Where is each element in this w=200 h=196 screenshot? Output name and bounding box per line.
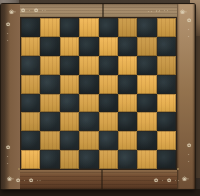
inlay-flower-icon: ❀· <box>182 176 189 182</box>
square-c6[interactable] <box>60 56 79 75</box>
square-g4[interactable] <box>137 94 156 113</box>
square-d4[interactable] <box>79 94 98 113</box>
square-f8[interactable] <box>118 18 137 37</box>
square-b7[interactable] <box>40 37 59 56</box>
square-g7[interactable] <box>137 37 156 56</box>
inlay-flower-icon: ❀· <box>7 176 14 182</box>
table-background-bottom <box>0 189 200 196</box>
square-f3[interactable] <box>118 112 137 131</box>
square-b4[interactable] <box>40 94 59 113</box>
square-e3[interactable] <box>99 112 118 131</box>
square-c7[interactable] <box>60 37 79 56</box>
inlay-flower-icon: ❀· <box>180 9 187 15</box>
inlay-flower-icon: ✿ · · <box>186 142 191 164</box>
square-d6[interactable] <box>79 56 98 75</box>
square-b3[interactable] <box>40 112 59 131</box>
play-area <box>20 17 177 170</box>
square-b6[interactable] <box>40 56 59 75</box>
square-e8[interactable] <box>99 18 118 37</box>
inlay-flower-icon: ✿ · · <box>5 21 10 43</box>
square-h1[interactable] <box>157 150 176 169</box>
square-b5[interactable] <box>40 75 59 94</box>
square-e1[interactable] <box>99 150 118 169</box>
square-f4[interactable] <box>118 94 137 113</box>
board-frame-left <box>1 4 20 189</box>
inlay-flower-icon: ✿ · ✿ ·· <box>21 8 47 13</box>
inlay-flower-icon: ✿ · ✿ ·· <box>16 178 42 183</box>
square-c3[interactable] <box>60 112 79 131</box>
board-frame-top <box>1 4 195 17</box>
square-a7[interactable] <box>21 37 40 56</box>
square-e4[interactable] <box>99 94 118 113</box>
square-g8[interactable] <box>137 18 156 37</box>
square-c4[interactable] <box>60 94 79 113</box>
square-g5[interactable] <box>137 75 156 94</box>
square-e2[interactable] <box>99 131 118 150</box>
square-a4[interactable] <box>21 94 40 113</box>
square-h5[interactable] <box>157 75 176 94</box>
inlay-flower-icon: ❀· <box>9 9 16 15</box>
square-g6[interactable] <box>137 56 156 75</box>
square-f1[interactable] <box>118 150 137 169</box>
square-b1[interactable] <box>40 150 59 169</box>
square-h4[interactable] <box>157 94 176 113</box>
square-h7[interactable] <box>157 37 176 56</box>
square-a6[interactable] <box>21 56 40 75</box>
square-h3[interactable] <box>157 112 176 131</box>
fold-seam-top <box>102 4 104 17</box>
square-d8[interactable] <box>79 18 98 37</box>
square-d2[interactable] <box>79 131 98 150</box>
square-a2[interactable] <box>21 131 40 150</box>
fold-seam-bottom <box>101 169 103 189</box>
square-a5[interactable] <box>21 75 40 94</box>
inlay-ticks-icon: ·· ·· <box>148 9 161 14</box>
square-b8[interactable] <box>40 18 59 37</box>
square-e6[interactable] <box>99 56 118 75</box>
chess-board: ✿ · ✿ ·· ✿ · · ❀· ·· ·· ✿ · · ❀· ✿ · ✿ ·… <box>1 4 195 189</box>
square-c8[interactable] <box>60 18 79 37</box>
inlay-flower-icon: ✿ · · <box>5 144 10 166</box>
square-c2[interactable] <box>60 131 79 150</box>
square-e5[interactable] <box>99 75 118 94</box>
square-a8[interactable] <box>21 18 40 37</box>
square-c5[interactable] <box>60 75 79 94</box>
square-d7[interactable] <box>79 37 98 56</box>
square-h8[interactable] <box>157 18 176 37</box>
square-h2[interactable] <box>157 131 176 150</box>
square-c1[interactable] <box>60 150 79 169</box>
square-d5[interactable] <box>79 75 98 94</box>
square-g2[interactable] <box>137 131 156 150</box>
square-d1[interactable] <box>79 150 98 169</box>
square-a1[interactable] <box>21 150 40 169</box>
board-frame-bottom <box>1 169 195 189</box>
inlay-flower-icon: ·· ·· <box>156 8 169 13</box>
square-h6[interactable] <box>157 56 176 75</box>
inlay-flower-icon: ✿ · ✿ ·· <box>154 178 180 183</box>
square-f7[interactable] <box>118 37 137 56</box>
square-f5[interactable] <box>118 75 137 94</box>
board-frame-right <box>177 4 195 189</box>
square-f6[interactable] <box>118 56 137 75</box>
square-g3[interactable] <box>137 112 156 131</box>
square-d3[interactable] <box>79 112 98 131</box>
inlay-flower-icon: ✿ · · <box>186 17 191 39</box>
square-f2[interactable] <box>118 131 137 150</box>
square-e7[interactable] <box>99 37 118 56</box>
square-g1[interactable] <box>137 150 156 169</box>
square-a3[interactable] <box>21 112 40 131</box>
photo-scene: ✿ · ✿ ·· ✿ · · ❀· ·· ·· ✿ · · ❀· ✿ · ✿ ·… <box>0 0 200 196</box>
square-b2[interactable] <box>40 131 59 150</box>
